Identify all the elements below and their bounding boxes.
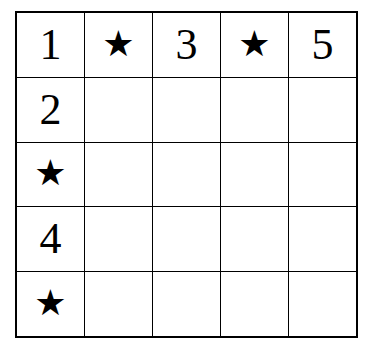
cell-r3c2 [85,143,152,207]
cell-r5c1: ★ [17,272,84,336]
cell-r5c4 [221,272,288,336]
cell-r4c2 [85,207,152,271]
cell-r3c5 [289,143,356,207]
cell-r2c1: 2 [17,78,84,142]
cell-r5c5 [289,272,356,336]
cell-r3c4 [221,143,288,207]
cell-r2c5 [289,78,356,142]
cell-r4c1: 4 [17,207,84,271]
cell-r5c2 [85,272,152,336]
cell-r1c5: 5 [289,13,356,77]
cell-r2c4 [221,78,288,142]
cell-r5c3 [153,272,220,336]
cell-r4c5 [289,207,356,271]
cell-r3c1: ★ [17,143,84,207]
cell-r4c4 [221,207,288,271]
puzzle-page: 1 ★ 3 ★ 5 2 ★ 4 ★ [0,0,377,353]
cell-r4c3 [153,207,220,271]
cell-r1c3: 3 [153,13,220,77]
cell-r1c2: ★ [85,13,152,77]
cell-r2c3 [153,78,220,142]
cell-r3c3 [153,143,220,207]
cell-r2c2 [85,78,152,142]
cell-r1c1: 1 [17,13,84,77]
cell-r1c4: ★ [221,13,288,77]
puzzle-board: 1 ★ 3 ★ 5 2 ★ 4 ★ [15,11,358,338]
